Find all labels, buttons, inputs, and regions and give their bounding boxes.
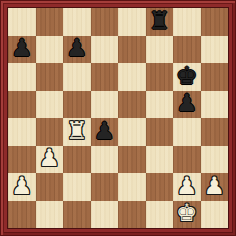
square-c6[interactable]: [63, 63, 91, 91]
square-d8[interactable]: [91, 8, 119, 36]
square-e3[interactable]: [118, 146, 146, 174]
square-f8[interactable]: ♜: [146, 8, 174, 36]
square-c5[interactable]: [63, 91, 91, 119]
square-g3[interactable]: [173, 146, 201, 174]
square-g7[interactable]: [173, 36, 201, 64]
square-f1[interactable]: [146, 201, 174, 229]
square-d5[interactable]: [91, 91, 119, 119]
square-a2[interactable]: ♟: [8, 173, 36, 201]
square-d3[interactable]: [91, 146, 119, 174]
piece-black-pawn[interactable]: ♟: [176, 91, 198, 115]
piece-white-king[interactable]: ♚: [176, 201, 198, 225]
square-a8[interactable]: [8, 8, 36, 36]
square-h5[interactable]: [201, 91, 229, 119]
square-c7[interactable]: ♟: [63, 36, 91, 64]
square-d1[interactable]: [91, 201, 119, 229]
square-h3[interactable]: [201, 146, 229, 174]
piece-black-king[interactable]: ♚: [176, 64, 198, 88]
piece-white-pawn[interactable]: ♟: [176, 174, 198, 198]
square-g5[interactable]: ♟: [173, 91, 201, 119]
square-b3[interactable]: ♟: [36, 146, 64, 174]
square-b5[interactable]: [36, 91, 64, 119]
square-e2[interactable]: [118, 173, 146, 201]
square-d7[interactable]: [91, 36, 119, 64]
square-a3[interactable]: [8, 146, 36, 174]
square-a7[interactable]: ♟: [8, 36, 36, 64]
square-h2[interactable]: ♟: [201, 173, 229, 201]
piece-black-pawn[interactable]: ♟: [66, 36, 88, 60]
square-a4[interactable]: [8, 118, 36, 146]
square-b4[interactable]: [36, 118, 64, 146]
square-h7[interactable]: [201, 36, 229, 64]
square-d4[interactable]: ♟: [91, 118, 119, 146]
square-b8[interactable]: [36, 8, 64, 36]
square-e7[interactable]: [118, 36, 146, 64]
piece-black-rook[interactable]: ♜: [148, 9, 170, 33]
square-b2[interactable]: [36, 173, 64, 201]
square-d2[interactable]: [91, 173, 119, 201]
square-g6[interactable]: ♚: [173, 63, 201, 91]
piece-white-pawn[interactable]: ♟: [203, 174, 225, 198]
square-b7[interactable]: [36, 36, 64, 64]
square-g1[interactable]: ♚: [173, 201, 201, 229]
square-b6[interactable]: [36, 63, 64, 91]
square-f4[interactable]: [146, 118, 174, 146]
square-f2[interactable]: [146, 173, 174, 201]
square-a6[interactable]: [8, 63, 36, 91]
square-f6[interactable]: [146, 63, 174, 91]
piece-black-pawn[interactable]: ♟: [11, 36, 33, 60]
square-c3[interactable]: [63, 146, 91, 174]
square-c1[interactable]: [63, 201, 91, 229]
square-c4[interactable]: ♜: [63, 118, 91, 146]
chess-board: ♜♟♟♚♟♜♟♟♟♟♟♚: [8, 8, 228, 228]
square-g2[interactable]: ♟: [173, 173, 201, 201]
square-f5[interactable]: [146, 91, 174, 119]
square-f3[interactable]: [146, 146, 174, 174]
square-h4[interactable]: [201, 118, 229, 146]
square-a1[interactable]: [8, 201, 36, 229]
square-d6[interactable]: [91, 63, 119, 91]
board-frame: ♜♟♟♚♟♜♟♟♟♟♟♚: [0, 0, 236, 236]
square-e8[interactable]: [118, 8, 146, 36]
square-g8[interactable]: [173, 8, 201, 36]
square-e6[interactable]: [118, 63, 146, 91]
square-e4[interactable]: [118, 118, 146, 146]
piece-black-pawn[interactable]: ♟: [93, 119, 115, 143]
square-g4[interactable]: [173, 118, 201, 146]
square-f7[interactable]: [146, 36, 174, 64]
piece-white-rook[interactable]: ♜: [66, 119, 88, 143]
piece-white-pawn[interactable]: ♟: [38, 146, 60, 170]
square-h1[interactable]: [201, 201, 229, 229]
square-h6[interactable]: [201, 63, 229, 91]
square-h8[interactable]: [201, 8, 229, 36]
square-a5[interactable]: [8, 91, 36, 119]
square-e5[interactable]: [118, 91, 146, 119]
piece-white-pawn[interactable]: ♟: [11, 174, 33, 198]
square-e1[interactable]: [118, 201, 146, 229]
square-c2[interactable]: [63, 173, 91, 201]
square-b1[interactable]: [36, 201, 64, 229]
square-c8[interactable]: [63, 8, 91, 36]
